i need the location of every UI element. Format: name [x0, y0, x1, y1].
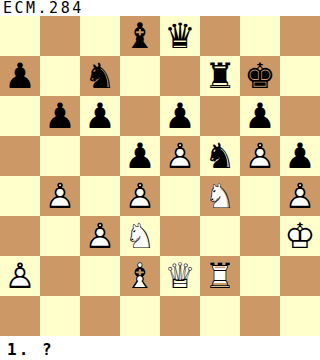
square-a5[interactable] [0, 136, 40, 176]
square-f4[interactable]: ♞♘ [200, 176, 240, 216]
square-b7[interactable] [40, 56, 80, 96]
square-c1[interactable] [80, 296, 120, 336]
square-c7[interactable]: ♞ [80, 56, 120, 96]
square-h2[interactable] [280, 256, 320, 296]
piece-outline: ♙ [80, 216, 120, 256]
piece-black-knight[interactable]: ♞ [200, 136, 240, 176]
square-b5[interactable] [40, 136, 80, 176]
move-prompt: 1. ? [0, 336, 320, 360]
square-g2[interactable] [240, 256, 280, 296]
square-g3[interactable] [240, 216, 280, 256]
piece-white-pawn[interactable]: ♟♙ [120, 176, 160, 216]
square-g1[interactable] [240, 296, 280, 336]
square-e1[interactable] [160, 296, 200, 336]
square-d4[interactable]: ♟♙ [120, 176, 160, 216]
piece-outline: ♙ [40, 176, 80, 216]
piece-white-rook[interactable]: ♜♖ [200, 256, 240, 296]
piece-black-pawn[interactable]: ♟ [280, 136, 320, 176]
square-f5[interactable]: ♞ [200, 136, 240, 176]
diagram-title: ECM.284 [0, 0, 320, 16]
piece-outline: ♙ [280, 176, 320, 216]
piece-outline: ♙ [160, 136, 200, 176]
piece-white-pawn[interactable]: ♟♙ [40, 176, 80, 216]
square-h7[interactable] [280, 56, 320, 96]
square-g8[interactable] [240, 16, 280, 56]
piece-white-queen[interactable]: ♛♕ [160, 256, 200, 296]
piece-outline: ♔ [280, 216, 320, 256]
square-h8[interactable] [280, 16, 320, 56]
piece-outline: ♘ [120, 216, 160, 256]
piece-white-knight[interactable]: ♞♘ [200, 176, 240, 216]
piece-outline: ♘ [200, 176, 240, 216]
square-a4[interactable] [0, 176, 40, 216]
square-f3[interactable] [200, 216, 240, 256]
piece-white-pawn[interactable]: ♟♙ [240, 136, 280, 176]
piece-white-king[interactable]: ♚♔ [280, 216, 320, 256]
piece-outline: ♖ [200, 256, 240, 296]
square-f7[interactable]: ♜ [200, 56, 240, 96]
square-d7[interactable] [120, 56, 160, 96]
piece-outline: ♗ [120, 256, 160, 296]
square-c2[interactable] [80, 256, 120, 296]
square-g7[interactable]: ♚ [240, 56, 280, 96]
square-d2[interactable]: ♝♗ [120, 256, 160, 296]
square-f6[interactable] [200, 96, 240, 136]
square-c6[interactable]: ♟ [80, 96, 120, 136]
square-b1[interactable] [40, 296, 80, 336]
square-g5[interactable]: ♟♙ [240, 136, 280, 176]
square-f8[interactable] [200, 16, 240, 56]
square-a6[interactable] [0, 96, 40, 136]
square-b2[interactable] [40, 256, 80, 296]
piece-outline: ♙ [0, 256, 40, 296]
piece-white-pawn[interactable]: ♟♙ [80, 216, 120, 256]
square-e5[interactable]: ♟♙ [160, 136, 200, 176]
square-c4[interactable] [80, 176, 120, 216]
square-e3[interactable] [160, 216, 200, 256]
piece-black-pawn[interactable]: ♟ [80, 96, 120, 136]
square-h4[interactable]: ♟♙ [280, 176, 320, 216]
square-h3[interactable]: ♚♔ [280, 216, 320, 256]
square-e2[interactable]: ♛♕ [160, 256, 200, 296]
square-d6[interactable] [120, 96, 160, 136]
piece-black-queen[interactable]: ♛ [160, 16, 200, 56]
square-b3[interactable] [40, 216, 80, 256]
piece-white-pawn[interactable]: ♟♙ [160, 136, 200, 176]
square-d8[interactable]: ♝ [120, 16, 160, 56]
square-b6[interactable]: ♟ [40, 96, 80, 136]
square-c3[interactable]: ♟♙ [80, 216, 120, 256]
square-f2[interactable]: ♜♖ [200, 256, 240, 296]
piece-black-knight[interactable]: ♞ [80, 56, 120, 96]
chess-board: ♝♛♟♞♜♚♟♟♟♟♟♟♙♞♟♙♟♟♙♟♙♞♘♟♙♟♙♞♘♚♔♟♙♝♗♛♕♜♖ [0, 16, 320, 336]
square-a3[interactable] [0, 216, 40, 256]
square-g4[interactable] [240, 176, 280, 216]
piece-white-pawn[interactable]: ♟♙ [0, 256, 40, 296]
piece-black-rook[interactable]: ♜ [200, 56, 240, 96]
piece-outline: ♕ [160, 256, 200, 296]
piece-white-knight[interactable]: ♞♘ [120, 216, 160, 256]
square-h6[interactable] [280, 96, 320, 136]
square-a2[interactable]: ♟♙ [0, 256, 40, 296]
square-a7[interactable]: ♟ [0, 56, 40, 96]
square-f1[interactable] [200, 296, 240, 336]
square-c5[interactable] [80, 136, 120, 176]
piece-black-pawn[interactable]: ♟ [160, 96, 200, 136]
square-h1[interactable] [280, 296, 320, 336]
piece-black-bishop[interactable]: ♝ [120, 16, 160, 56]
piece-black-king[interactable]: ♚ [240, 56, 280, 96]
square-a1[interactable] [0, 296, 40, 336]
square-g6[interactable]: ♟ [240, 96, 280, 136]
square-d5[interactable]: ♟ [120, 136, 160, 176]
piece-black-pawn[interactable]: ♟ [120, 136, 160, 176]
piece-outline: ♙ [120, 176, 160, 216]
square-d3[interactable]: ♞♘ [120, 216, 160, 256]
square-d1[interactable] [120, 296, 160, 336]
square-a8[interactable] [0, 16, 40, 56]
square-c8[interactable] [80, 16, 120, 56]
piece-white-bishop[interactable]: ♝♗ [120, 256, 160, 296]
piece-black-pawn[interactable]: ♟ [0, 56, 40, 96]
square-e4[interactable] [160, 176, 200, 216]
piece-outline: ♙ [240, 136, 280, 176]
piece-black-pawn[interactable]: ♟ [240, 96, 280, 136]
square-e8[interactable]: ♛ [160, 16, 200, 56]
square-h5[interactable]: ♟ [280, 136, 320, 176]
piece-white-pawn[interactable]: ♟♙ [280, 176, 320, 216]
square-b4[interactable]: ♟♙ [40, 176, 80, 216]
square-b8[interactable] [40, 16, 80, 56]
square-e6[interactable]: ♟ [160, 96, 200, 136]
piece-black-pawn[interactable]: ♟ [40, 96, 80, 136]
square-e7[interactable] [160, 56, 200, 96]
